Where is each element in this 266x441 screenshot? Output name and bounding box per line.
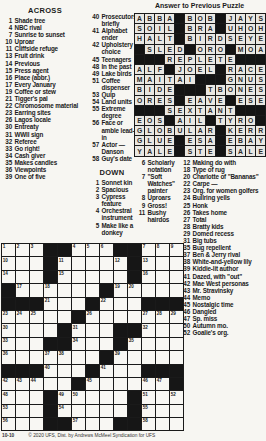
across-column-1: ACROSS 1Shade tree4NBC rival7Sunrise to … (2, 4, 88, 180)
black-cell (128, 244, 141, 256)
black-cell (44, 244, 57, 256)
answer-cell: S (246, 96, 255, 105)
clue-item: 54Land units (89, 98, 135, 105)
cell-number: 12 (115, 258, 120, 263)
grid-cell[interactable] (128, 378, 141, 390)
answer-cell: J (226, 14, 235, 23)
cell-number: 21 (45, 298, 50, 303)
answer-cell: S (185, 146, 194, 155)
grid-cell[interactable]: 6 (100, 244, 113, 256)
grid-cell[interactable] (100, 378, 113, 390)
grid-cell[interactable] (100, 271, 113, 283)
grid-cell[interactable] (72, 298, 85, 310)
grid-cell[interactable]: 31 (72, 324, 85, 336)
answer-cell: R (165, 55, 174, 64)
grid-cell[interactable] (114, 391, 127, 403)
answer-cell: V (206, 96, 215, 105)
clue-item: 39Kiddie-lit author (180, 265, 264, 272)
grid-cell[interactable] (128, 298, 141, 310)
clue-item: 23Earring sites (2, 109, 88, 116)
grid-cell[interactable] (58, 311, 71, 323)
grid-cell[interactable] (170, 284, 183, 296)
grid-cell[interactable]: 25 (30, 311, 43, 323)
answer-cell: B (236, 136, 245, 145)
grid-cell[interactable]: 11 (58, 257, 71, 269)
grid-cell[interactable]: 42 (2, 378, 15, 390)
grid-cell[interactable] (44, 324, 57, 336)
grid-cell[interactable]: 30 (2, 324, 15, 336)
answer-cell: Y (256, 136, 265, 145)
grid-cell[interactable] (114, 271, 127, 283)
answer-cell: S (165, 96, 174, 105)
grid-cell[interactable]: 47 (156, 378, 169, 390)
grid-cell[interactable] (30, 405, 43, 417)
cell-number: 20 (129, 284, 134, 289)
grid-cell[interactable] (142, 338, 155, 350)
grid-cell[interactable]: 50 (72, 391, 85, 403)
grid-cell[interactable] (114, 378, 127, 390)
grid-cell[interactable] (86, 351, 99, 363)
grid-cell[interactable] (30, 271, 43, 283)
answer-cell: R (236, 116, 245, 125)
grid-cell[interactable] (156, 271, 169, 283)
grid-cell[interactable]: 19 (114, 284, 127, 296)
clue-item: 10Uproar (2, 38, 88, 45)
grid-cell[interactable] (16, 418, 29, 430)
grid-cell[interactable]: 39 (114, 351, 127, 363)
answer-cell: Y (135, 146, 144, 155)
grid-cell[interactable] (58, 365, 71, 377)
answer-cell: P (185, 55, 194, 64)
clue-item: 21Tigger's pal (2, 95, 88, 102)
grid-cell[interactable]: 51 (142, 391, 155, 403)
clue-item: 3Cypress feature (89, 193, 135, 207)
answer-cell: R (145, 96, 154, 105)
grid-cell[interactable] (30, 338, 43, 350)
cell-number: 6 (101, 244, 103, 249)
grid-cell[interactable] (58, 298, 71, 310)
answer-cell: A (145, 75, 154, 84)
cell-number: 34 (73, 338, 78, 343)
answer-cell: S (135, 24, 144, 33)
cell-number: 57 (73, 418, 78, 423)
clue-item: 15Press agent (2, 67, 88, 74)
answer-black-cell (175, 146, 184, 155)
grid-cell[interactable]: 23 (2, 311, 15, 323)
answer-cell: E (155, 96, 164, 105)
answer-cell: C (246, 65, 255, 74)
grid-cell[interactable]: 44 (30, 378, 43, 390)
grid-cell[interactable]: 45 (86, 378, 99, 390)
grid-cell[interactable] (156, 324, 169, 336)
cell-number: 49 (59, 392, 64, 397)
answer-black-cell (206, 75, 215, 84)
clue-item: 42Upholstery choice (89, 41, 135, 55)
grid-cell[interactable] (16, 324, 29, 336)
answer-cell: S (256, 14, 265, 23)
answer-black-cell (165, 116, 174, 125)
clue-item: 22Chromosome material (2, 102, 88, 109)
answer-cell: F (155, 65, 164, 74)
answer-cell: Y (226, 116, 235, 125)
black-cell (72, 378, 85, 390)
answer-cell: N (236, 85, 245, 94)
grid-cell[interactable] (86, 284, 99, 296)
black-cell (170, 378, 183, 390)
grid-cell[interactable] (100, 311, 113, 323)
answer-cell: M (135, 75, 144, 84)
answer-cell: L (185, 126, 194, 135)
grid-cell[interactable]: 14 (2, 271, 15, 283)
clue-item: 41Alphabet ender (89, 27, 135, 41)
clue-item: 6Scholarly notation (135, 159, 181, 173)
clue-item: 26Takes home (180, 209, 264, 216)
cell-number: 48 (3, 392, 8, 397)
answer-cell: U (155, 136, 164, 145)
answer-black-cell (216, 146, 225, 155)
grid-cell[interactable]: 41 (100, 365, 113, 377)
answer-cell: K (226, 126, 235, 135)
grid-cell[interactable]: 37 (44, 351, 57, 363)
grid-cell[interactable]: 22 (100, 298, 113, 310)
black-cell (44, 338, 57, 350)
grid-cell[interactable] (100, 324, 113, 336)
grid-cell[interactable] (86, 338, 99, 350)
grid-cell[interactable] (86, 405, 99, 417)
answer-cell: E (236, 126, 245, 135)
cell-number: 26 (87, 311, 92, 316)
grid-cell[interactable] (142, 284, 155, 296)
grid-cell[interactable]: 4 (72, 244, 85, 256)
grid-cell[interactable] (170, 418, 183, 430)
answer-cell: A (236, 14, 245, 23)
grid-cell[interactable] (170, 338, 183, 350)
grid-cell[interactable]: 18 (44, 284, 57, 296)
answer-cell: E (236, 34, 245, 43)
grid-cell[interactable]: 10 (2, 257, 15, 269)
grid-cell[interactable]: 33 (2, 338, 15, 350)
clue-item: 40Prosecutors, briefly (89, 13, 135, 27)
grid-cell[interactable] (170, 271, 183, 283)
black-cell (58, 418, 71, 430)
grid-cell[interactable] (44, 311, 57, 323)
grid-cell[interactable] (142, 351, 155, 363)
answer-black-cell (216, 75, 225, 84)
answer-cell: O (216, 45, 225, 54)
grid-cell[interactable] (86, 257, 99, 269)
grid-cell[interactable] (86, 324, 99, 336)
answer-cell: H (135, 34, 144, 43)
grid-cell[interactable] (114, 405, 127, 417)
down-column-3: 12Making do with18Type of rug20Charlotte… (180, 159, 264, 336)
cell-number: 23 (3, 311, 8, 316)
grid-cell[interactable]: 17 (16, 284, 29, 296)
grid-cell[interactable]: 48 (2, 391, 15, 403)
answer-cell: O (246, 116, 255, 125)
grid-cell[interactable] (16, 338, 29, 350)
answer-black-cell (185, 45, 194, 54)
clue-item: 1Sonnet kin (89, 179, 135, 186)
black-cell (86, 365, 99, 377)
black-cell (86, 298, 99, 310)
grid-cell[interactable] (100, 391, 113, 403)
answer-cell: O (196, 45, 205, 54)
clue-item: 9Gross! (135, 202, 181, 209)
cell-number: 58 (143, 418, 148, 423)
answer-cell: E (226, 55, 235, 64)
answer-cell: B (216, 85, 225, 94)
answer-cell: D (216, 34, 225, 43)
answer-cell: S (256, 75, 265, 84)
grid-cell[interactable]: 16 (142, 271, 155, 283)
answer-cell: G (226, 75, 235, 84)
answer-cell: L (196, 116, 205, 125)
grid-cell[interactable] (156, 418, 169, 430)
grid-cell[interactable]: 52 (170, 391, 183, 403)
black-cell (128, 271, 141, 283)
grid-cell[interactable] (72, 365, 85, 377)
answer-black-cell (216, 14, 225, 23)
answer-cell: E (165, 146, 174, 155)
grid-cell[interactable]: 26 (86, 311, 99, 323)
clue-item: 34Cash giver (2, 152, 88, 159)
grid-cell[interactable] (72, 257, 85, 269)
answer-black-cell (256, 55, 265, 64)
cell-number: 22 (101, 298, 106, 303)
answer-black-cell (196, 85, 205, 94)
answer-cell: B (206, 14, 215, 23)
cell-number: 37 (45, 351, 50, 356)
grid-cell[interactable] (86, 418, 99, 430)
grid-cell[interactable]: 35 (128, 338, 141, 350)
grid-cell[interactable]: 53 (2, 405, 15, 417)
clue-item: 24Bullring yells (180, 194, 264, 201)
grid-cell[interactable]: 5 (86, 244, 99, 256)
grid-cell[interactable] (114, 298, 127, 310)
answer-black-cell (165, 65, 174, 74)
grid-cell[interactable]: 9 (170, 244, 183, 256)
cell-number: 7 (143, 244, 145, 249)
clue-item: 25Honk (180, 202, 264, 209)
grid-cell[interactable] (156, 405, 169, 417)
answer-cell: H (256, 24, 265, 33)
answer-cell: E (256, 96, 265, 105)
answer-cell: O (155, 126, 164, 135)
cell-number: 16 (143, 271, 148, 276)
grid-cell[interactable]: 15 (58, 271, 71, 283)
grid-cell[interactable] (156, 391, 169, 403)
grid-cell[interactable]: 29 (170, 311, 183, 323)
grid-cell[interactable] (72, 405, 85, 417)
grid-cell[interactable] (128, 311, 141, 323)
grid-cell[interactable] (72, 271, 85, 283)
grid-cell[interactable] (170, 324, 183, 336)
across-column-2: 40Prosecutors, briefly41Alphabet ender42… (89, 4, 135, 236)
grid-cell[interactable] (170, 405, 183, 417)
down-clue-list-3: 12Making do with18Type of rug20Charlotte… (180, 159, 264, 336)
grid-cell[interactable]: 1 (2, 244, 15, 256)
answer-cell: G (135, 126, 144, 135)
grid-cell[interactable] (100, 405, 113, 417)
clue-item: 29Domed recess (180, 230, 264, 237)
answer-cell: E (185, 136, 194, 145)
grid-cell[interactable] (86, 271, 99, 283)
grid-cell[interactable] (30, 284, 43, 296)
grid-cell[interactable]: 12 (114, 257, 127, 269)
clue-item: 26Lagos locale (2, 116, 88, 123)
answer-cell: A (196, 126, 205, 135)
grid-cell[interactable] (170, 257, 183, 269)
grid-cell[interactable] (16, 351, 29, 363)
grid-cell[interactable] (128, 351, 141, 363)
grid-cell[interactable] (114, 311, 127, 323)
answer-cell: H (236, 24, 245, 33)
grid-cell[interactable] (30, 391, 43, 403)
black-cell (156, 298, 169, 310)
grid-cell[interactable]: 36 (2, 351, 15, 363)
grid-cell[interactable] (58, 284, 71, 296)
clue-item: 7Sunrise to sunset (2, 31, 88, 38)
clue-item: 57Actor — Danson (89, 141, 135, 155)
answer-cell: A (246, 136, 255, 145)
grid-cell[interactable]: 20 (128, 284, 141, 296)
grid-cell[interactable]: 56 (2, 418, 15, 430)
black-cell (30, 298, 43, 310)
grid-cell[interactable] (100, 257, 113, 269)
grid-cell[interactable] (156, 338, 169, 350)
cell-number: 35 (129, 338, 134, 343)
answer-cell: Y (246, 14, 255, 23)
grid-cell[interactable]: 7 (142, 244, 155, 256)
grid-cell[interactable] (156, 257, 169, 269)
grid-cell[interactable] (16, 271, 29, 283)
grid-cell[interactable] (30, 324, 43, 336)
grid-cell[interactable] (58, 378, 71, 390)
grid-cell[interactable]: 24 (16, 311, 29, 323)
cell-number: 40 (45, 365, 50, 370)
grid-cell[interactable] (128, 365, 141, 377)
grid-cell[interactable]: 46 (142, 378, 155, 390)
answer-cell: L (206, 65, 215, 74)
clue-item: 22Carpe — (180, 180, 264, 187)
answer-black-cell (256, 106, 265, 115)
grid-cell[interactable]: 49 (58, 391, 71, 403)
grid-cell[interactable] (72, 351, 85, 363)
grid-cell[interactable]: 34 (72, 338, 85, 350)
answer-cell: U (246, 75, 255, 84)
answer-cell: I (185, 75, 194, 84)
grid-cell[interactable]: 32 (142, 324, 155, 336)
grid-cell[interactable] (16, 405, 29, 417)
grid-cell[interactable] (30, 418, 43, 430)
answer-cell: I (185, 116, 194, 125)
grid-cell[interactable]: 58 (142, 418, 155, 430)
grid-cell[interactable] (44, 378, 57, 390)
cell-number: 17 (17, 284, 22, 289)
grid-cell[interactable]: 8 (156, 244, 169, 256)
grid-cell[interactable] (30, 257, 43, 269)
grid-cell[interactable]: 3 (30, 244, 43, 256)
grid-cell[interactable]: 27 (142, 311, 155, 323)
black-cell (16, 298, 29, 310)
cell-number: 3 (31, 244, 33, 249)
answer-cell: S (226, 34, 235, 43)
cell-number: 52 (171, 392, 176, 397)
cell-number: 43 (17, 378, 22, 383)
cell-number: 45 (87, 378, 92, 383)
cell-number: 27 (143, 311, 148, 316)
grid-cell[interactable] (72, 284, 85, 296)
clue-item: 42Mae West personas (180, 280, 264, 287)
grid-cell[interactable] (156, 351, 169, 363)
crossword-page: ACROSS 1Shade tree4NBC rival7Sunrise to … (0, 0, 266, 441)
grid-cell[interactable]: 13 (142, 257, 155, 269)
cell-number: 10 (3, 258, 8, 263)
answer-cell: R (196, 24, 205, 33)
answer-cell: T (196, 106, 205, 115)
black-cell (2, 284, 15, 296)
grid-cell[interactable]: 28 (156, 311, 169, 323)
across-header: ACROSS (2, 6, 88, 15)
answer-black-cell (175, 136, 184, 145)
grid-cell[interactable] (16, 257, 29, 269)
answer-cell: O (246, 24, 255, 33)
grid-cell[interactable] (170, 351, 183, 363)
clue-item: 36Viewpoints (2, 166, 88, 173)
clue-item: 44Memo (180, 294, 264, 301)
grid-cell[interactable] (100, 418, 113, 430)
black-cell (2, 298, 15, 310)
answer-cell: A (206, 136, 215, 145)
answer-cell: A (196, 96, 205, 105)
cell-number: 41 (101, 365, 106, 370)
grid-cell[interactable]: 55 (142, 405, 155, 417)
clue-item: 35Bug repellent (180, 244, 264, 251)
grid-cell[interactable] (156, 284, 169, 296)
down-header: DOWN (89, 168, 135, 177)
grid-cell[interactable]: 21 (44, 298, 57, 310)
grid-cell[interactable] (86, 391, 99, 403)
cell-number: 8 (157, 244, 159, 249)
answer-cell: L (155, 34, 164, 43)
grid-cell[interactable] (114, 365, 127, 377)
cell-number: 13 (143, 258, 148, 263)
black-cell (114, 244, 127, 256)
black-cell (44, 257, 57, 269)
answer-cell: O (145, 116, 154, 125)
grid-cell[interactable]: 43 (16, 378, 29, 390)
grid-cell[interactable]: 57 (72, 418, 85, 430)
answer-cell: R (256, 126, 265, 135)
answer-black-cell (216, 65, 225, 74)
grid-cell[interactable]: 38 (58, 351, 71, 363)
answer-cell: S (155, 116, 164, 125)
answer-cell: M (236, 45, 245, 54)
grid-cell[interactable] (100, 338, 113, 350)
answer-black-cell (135, 45, 144, 54)
clue-item: 4Orchestral instrument (89, 207, 135, 221)
grid-cell[interactable]: 40 (44, 365, 57, 377)
clue-item: 20Charlotte of "Bananas" (180, 173, 264, 180)
answer-cell: T (206, 85, 215, 94)
grid-cell[interactable]: 2 (16, 244, 29, 256)
grid-cell[interactable] (30, 351, 43, 363)
clue-item: 1Shade tree (2, 17, 88, 24)
grid-cell[interactable] (16, 391, 29, 403)
across-clue-list-2: 40Prosecutors, briefly41Alphabet ender42… (89, 13, 135, 162)
cell-number: 55 (143, 405, 148, 410)
grid-cell[interactable]: 54 (58, 405, 71, 417)
